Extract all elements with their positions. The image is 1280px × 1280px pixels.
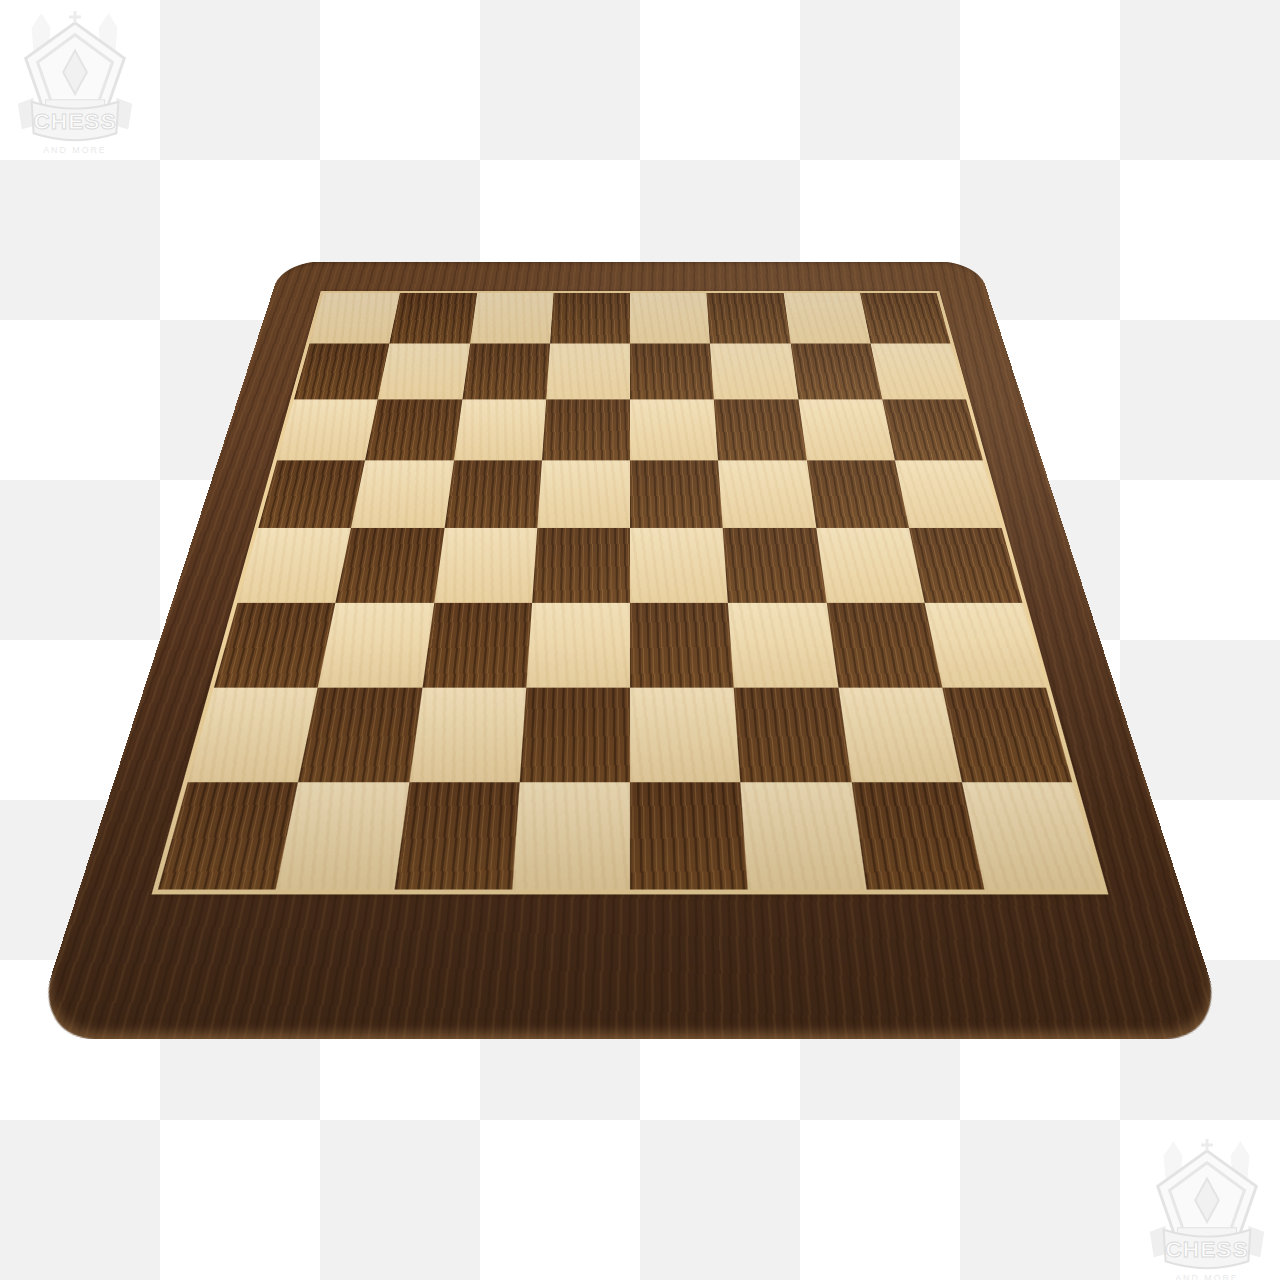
- crown-crest-icon: [18, 11, 132, 140]
- square-e5: [630, 460, 723, 528]
- watermark-brand-text: CHESS: [34, 108, 117, 134]
- square-a4: [237, 528, 351, 603]
- square-g8: [783, 293, 870, 344]
- chess-and-more-watermark-top-left: CHESS AND MORE: [6, 6, 144, 161]
- square-e8: [630, 293, 710, 344]
- square-g2: [838, 687, 962, 782]
- square-a6: [277, 399, 378, 460]
- chess-board: [31, 262, 1230, 1040]
- chess-and-more-watermark-bottom-right: CHESS AND MORE: [1138, 1134, 1276, 1280]
- square-c2: [409, 687, 526, 782]
- watermark-sub-text: AND MORE: [43, 145, 107, 155]
- square-f5: [718, 460, 816, 528]
- square-c5: [444, 460, 542, 528]
- square-c3: [422, 603, 532, 687]
- square-h3: [924, 603, 1045, 687]
- square-f2: [734, 687, 851, 782]
- square-c1: [394, 782, 519, 890]
- square-d8: [550, 293, 630, 344]
- square-d6: [542, 399, 630, 460]
- square-b5: [351, 460, 453, 528]
- watermark-sub-text: AND MORE: [1175, 1273, 1239, 1280]
- square-g3: [826, 603, 942, 687]
- square-b1: [276, 782, 409, 890]
- square-f1: [741, 782, 866, 890]
- square-g5: [806, 460, 908, 528]
- square-h4: [909, 528, 1023, 603]
- square-h5: [895, 460, 1002, 528]
- square-e4: [630, 528, 728, 603]
- square-c7: [462, 344, 550, 400]
- square-h2: [942, 687, 1072, 782]
- square-d1: [512, 782, 630, 890]
- square-h6: [882, 399, 983, 460]
- square-a5: [258, 460, 365, 528]
- square-d5: [537, 460, 630, 528]
- square-e3: [630, 603, 734, 687]
- square-c4: [434, 528, 537, 603]
- square-a1: [158, 782, 298, 890]
- square-e7: [630, 344, 714, 400]
- square-e1: [630, 782, 748, 890]
- square-a2: [188, 687, 318, 782]
- square-g7: [790, 344, 882, 400]
- square-d2: [519, 687, 630, 782]
- square-a7: [294, 344, 390, 400]
- square-f3: [728, 603, 838, 687]
- square-f8: [707, 293, 791, 344]
- square-f6: [714, 399, 806, 460]
- crown-crest-icon: [1150, 1139, 1264, 1268]
- square-b7: [378, 344, 470, 400]
- square-b2: [298, 687, 422, 782]
- square-h8: [860, 293, 951, 344]
- square-f7: [710, 344, 798, 400]
- square-g4: [816, 528, 925, 603]
- square-a8: [309, 293, 400, 344]
- board-grid: [158, 293, 1102, 890]
- square-c6: [454, 399, 546, 460]
- square-d3: [526, 603, 630, 687]
- square-e6: [630, 399, 718, 460]
- square-b8: [390, 293, 477, 344]
- square-h7: [870, 344, 966, 400]
- square-f4: [723, 528, 826, 603]
- square-h1: [962, 782, 1102, 890]
- transparency-background: CHESS AND MORE CHESS AND MORE: [0, 0, 1280, 1280]
- square-a3: [214, 603, 335, 687]
- square-g6: [798, 399, 895, 460]
- square-b6: [365, 399, 462, 460]
- square-b3: [318, 603, 434, 687]
- square-c8: [470, 293, 554, 344]
- square-b4: [336, 528, 445, 603]
- square-e2: [630, 687, 741, 782]
- square-d4: [532, 528, 630, 603]
- square-d7: [546, 344, 630, 400]
- watermark-brand-text: CHESS: [1166, 1236, 1249, 1262]
